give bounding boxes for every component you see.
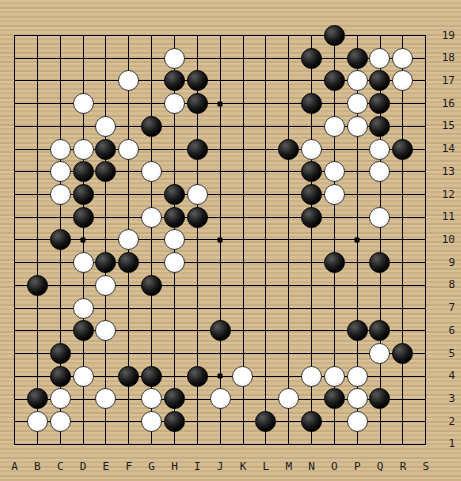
white-stone — [301, 139, 322, 160]
row-label: 17 — [442, 74, 455, 88]
black-stone — [95, 139, 116, 160]
row-label: 9 — [448, 256, 455, 270]
column-label: B — [34, 460, 41, 474]
black-stone — [187, 139, 208, 160]
black-stone — [278, 139, 299, 160]
row-label: 2 — [448, 415, 455, 429]
column-label: H — [171, 460, 178, 474]
white-stone — [187, 184, 208, 205]
black-stone — [73, 320, 94, 341]
white-stone — [347, 116, 368, 137]
white-stone — [95, 320, 116, 341]
column-label: Q — [377, 460, 384, 474]
black-stone — [50, 229, 71, 250]
white-stone — [347, 411, 368, 432]
white-stone — [369, 161, 390, 182]
column-label: R — [400, 460, 407, 474]
black-stone — [301, 411, 322, 432]
black-stone — [187, 207, 208, 228]
black-stone — [118, 252, 139, 273]
black-stone — [73, 207, 94, 228]
black-stone — [324, 252, 345, 273]
black-stone — [187, 70, 208, 91]
black-stone — [369, 388, 390, 409]
row-label: 7 — [448, 301, 455, 315]
black-stone — [369, 320, 390, 341]
row-label: 18 — [442, 51, 455, 65]
white-stone — [210, 388, 231, 409]
black-stone — [50, 366, 71, 387]
black-stone — [392, 343, 413, 364]
white-stone — [141, 388, 162, 409]
column-label: S — [422, 460, 429, 474]
black-stone — [50, 343, 71, 364]
black-stone — [324, 70, 345, 91]
column-label: D — [80, 460, 87, 474]
white-stone — [118, 70, 139, 91]
white-stone — [50, 139, 71, 160]
white-stone — [50, 161, 71, 182]
black-stone — [164, 388, 185, 409]
column-label: I — [194, 460, 201, 474]
white-stone — [50, 184, 71, 205]
white-stone — [369, 343, 390, 364]
white-stone — [95, 388, 116, 409]
white-stone — [73, 366, 94, 387]
black-stone — [27, 275, 48, 296]
white-stone — [164, 93, 185, 114]
white-stone — [369, 207, 390, 228]
row-label: 16 — [442, 97, 455, 111]
black-stone — [392, 139, 413, 160]
black-stone — [347, 48, 368, 69]
column-label: J — [217, 460, 224, 474]
white-stone — [347, 70, 368, 91]
black-stone — [141, 116, 162, 137]
row-label: 15 — [442, 119, 455, 133]
column-label: C — [57, 460, 64, 474]
black-stone — [141, 275, 162, 296]
white-stone — [50, 411, 71, 432]
white-stone — [141, 207, 162, 228]
white-stone — [164, 252, 185, 273]
row-label: 10 — [442, 233, 455, 247]
black-stone — [210, 320, 231, 341]
white-stone — [324, 184, 345, 205]
white-stone — [141, 161, 162, 182]
black-stone — [255, 411, 276, 432]
black-stone — [164, 184, 185, 205]
white-stone — [347, 366, 368, 387]
row-label: 8 — [448, 278, 455, 292]
black-stone — [73, 184, 94, 205]
black-stone — [164, 207, 185, 228]
white-stone — [118, 139, 139, 160]
row-label: 19 — [442, 29, 455, 43]
row-label: 6 — [448, 324, 455, 338]
white-stone — [27, 411, 48, 432]
column-label: N — [308, 460, 315, 474]
column-label: M — [285, 460, 292, 474]
black-stone — [27, 388, 48, 409]
white-stone — [73, 298, 94, 319]
white-stone — [164, 48, 185, 69]
black-stone — [118, 366, 139, 387]
white-stone — [369, 139, 390, 160]
white-stone — [369, 48, 390, 69]
column-label: G — [148, 460, 155, 474]
black-stone — [95, 161, 116, 182]
row-label: 5 — [448, 347, 455, 361]
row-label: 3 — [448, 392, 455, 406]
black-stone — [301, 48, 322, 69]
white-stone — [347, 93, 368, 114]
white-stone — [73, 252, 94, 273]
row-label: 1 — [448, 437, 455, 451]
black-stone — [187, 366, 208, 387]
column-label: L — [263, 460, 270, 474]
column-label: A — [11, 460, 18, 474]
row-label: 4 — [448, 369, 455, 383]
black-stone — [301, 161, 322, 182]
row-label: 11 — [442, 210, 455, 224]
column-label: F — [125, 460, 132, 474]
row-label: 13 — [442, 165, 455, 179]
column-label: P — [354, 460, 361, 474]
white-stone — [73, 139, 94, 160]
black-stone — [95, 252, 116, 273]
white-stone — [324, 161, 345, 182]
white-stone — [301, 366, 322, 387]
row-label: 14 — [442, 142, 455, 156]
column-label: K — [240, 460, 247, 474]
stones-grid — [3, 24, 437, 456]
column-label: E — [103, 460, 110, 474]
white-stone — [392, 48, 413, 69]
white-stone — [347, 388, 368, 409]
black-stone — [347, 320, 368, 341]
white-stone — [392, 70, 413, 91]
white-stone — [141, 411, 162, 432]
white-stone — [232, 366, 253, 387]
white-stone — [73, 93, 94, 114]
black-stone — [369, 116, 390, 137]
black-stone — [324, 25, 345, 46]
row-label: 12 — [442, 188, 455, 202]
white-stone — [324, 116, 345, 137]
black-stone — [301, 207, 322, 228]
column-label: O — [331, 460, 338, 474]
white-stone — [278, 388, 299, 409]
black-stone — [141, 366, 162, 387]
white-stone — [95, 116, 116, 137]
black-stone — [369, 70, 390, 91]
black-stone — [73, 161, 94, 182]
black-stone — [301, 184, 322, 205]
black-stone — [187, 93, 208, 114]
white-stone — [50, 388, 71, 409]
black-stone — [164, 70, 185, 91]
black-stone — [369, 93, 390, 114]
black-stone — [324, 388, 345, 409]
white-stone — [324, 366, 345, 387]
black-stone — [369, 252, 390, 273]
white-stone — [118, 229, 139, 250]
white-stone — [164, 229, 185, 250]
black-stone — [301, 93, 322, 114]
white-stone — [95, 275, 116, 296]
go-board[interactable]: ABCDEFGHIJKLMNOPQRS 19181716151413121110… — [0, 0, 461, 481]
black-stone — [164, 411, 185, 432]
